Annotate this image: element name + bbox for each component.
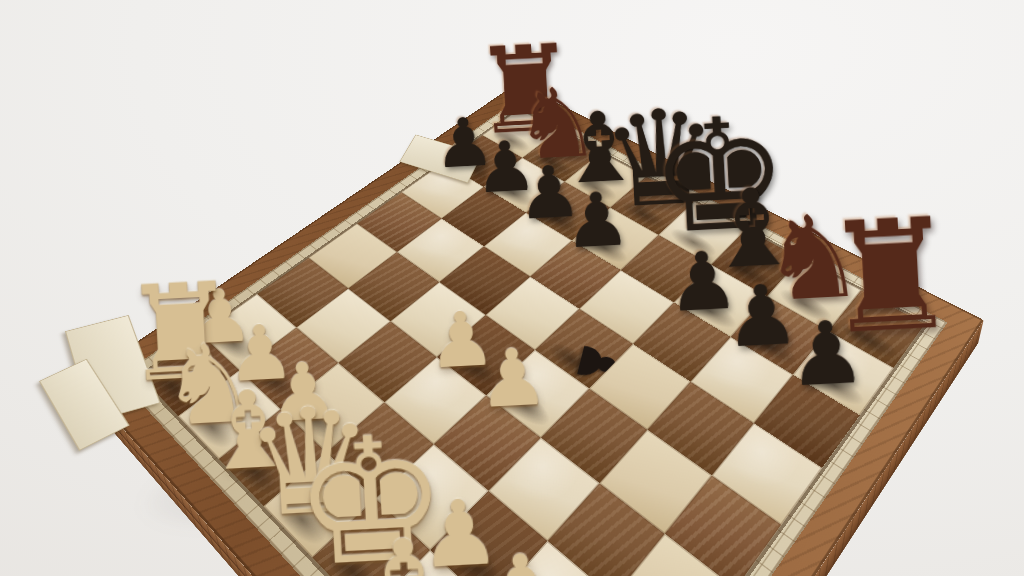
piece-shadow [270,489,335,553]
piece-shadow [207,321,260,366]
piece-shadow [287,395,346,448]
piece-shadow [443,343,503,391]
piece-shadow [225,443,286,501]
white-pawn: ♟ [264,354,342,430]
photo-scene: ♜♞♝♛♚♝♞♜♟♟♟♟♟♟♟♟♟♟♟♟♟♟♟♟♜♞♝♛♚♝♞♜ [0,0,1024,576]
piece-shadow [146,363,200,412]
piece-shadow [493,381,556,433]
square-h6 [754,375,860,468]
piece-shadow [319,539,388,576]
